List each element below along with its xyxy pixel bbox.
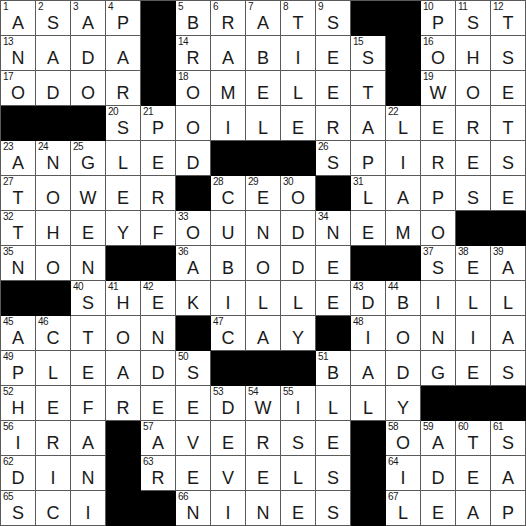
grid-cell[interactable]: 3A: [71, 1, 106, 36]
cell-letter: S: [176, 364, 210, 382]
grid-cell[interactable]: 16O: [421, 36, 456, 71]
grid-cell[interactable]: E: [491, 176, 526, 211]
clue-number: 34: [318, 212, 328, 222]
grid-cell[interactable]: F: [71, 386, 106, 421]
grid-cell[interactable]: I: [281, 36, 316, 71]
grid-cell[interactable]: E: [316, 71, 351, 106]
grid-cell[interactable]: 67L: [386, 491, 421, 526]
grid-cell[interactable]: R: [106, 71, 141, 106]
grid-cell[interactable]: N: [246, 491, 281, 526]
block-cell: [1, 106, 36, 141]
grid-cell[interactable]: 33O: [176, 211, 211, 246]
grid-cell[interactable]: A: [351, 351, 386, 386]
clue-number: 6: [213, 2, 218, 12]
grid-cell[interactable]: R: [456, 106, 491, 141]
grid-cell[interactable]: D: [281, 246, 316, 281]
grid-cell[interactable]: C: [36, 491, 71, 526]
grid-cell[interactable]: I: [211, 281, 246, 316]
block-cell: [246, 351, 281, 386]
grid-cell[interactable]: L: [281, 71, 316, 106]
grid-cell[interactable]: F: [141, 211, 176, 246]
clue-number: 27: [3, 177, 13, 187]
clue-number: 56: [3, 422, 13, 432]
grid-cell[interactable]: 46C: [36, 316, 71, 351]
cell-letter: P: [491, 504, 525, 522]
grid-cell[interactable]: E: [176, 456, 211, 491]
cell-letter: P: [141, 119, 175, 137]
grid-cell[interactable]: D: [386, 351, 421, 386]
grid-cell[interactable]: R: [316, 106, 351, 141]
cell-letter: N: [71, 259, 105, 277]
clue-number: 35: [3, 247, 13, 257]
grid-cell[interactable]: E: [141, 141, 176, 176]
grid-cell[interactable]: E: [106, 176, 141, 211]
clue-number: 13: [3, 37, 13, 47]
clue-number: 29: [248, 177, 258, 187]
grid-cell[interactable]: R: [36, 421, 71, 456]
clue-number: 14: [178, 37, 188, 47]
block-cell: [36, 281, 71, 316]
grid-cell[interactable]: 42E: [141, 281, 176, 316]
grid-cell[interactable]: D: [176, 141, 211, 176]
grid-cell[interactable]: 58O: [386, 421, 421, 456]
grid-cell[interactable]: U: [211, 211, 246, 246]
grid-cell[interactable]: 36A: [176, 246, 211, 281]
cell-letter: D: [421, 469, 455, 487]
grid-cell[interactable]: 23A: [1, 141, 36, 176]
grid-cell[interactable]: E: [316, 421, 351, 456]
grid-cell[interactable]: 60T: [456, 421, 491, 456]
cell-letter: T: [456, 434, 490, 452]
grid-cell[interactable]: L: [316, 386, 351, 421]
clue-number: 30: [283, 177, 293, 187]
cell-letter: P: [421, 189, 455, 207]
cell-letter: L: [246, 294, 280, 312]
grid-cell[interactable]: O: [36, 176, 71, 211]
cell-letter: E: [421, 504, 455, 522]
block-cell: [106, 456, 141, 491]
grid-cell[interactable]: 12T: [491, 1, 526, 36]
grid-cell[interactable]: 34N: [316, 211, 351, 246]
grid-cell[interactable]: 1A: [1, 1, 36, 36]
cell-letter: P: [1, 364, 35, 382]
cell-letter: U: [211, 224, 245, 242]
cell-letter: O: [421, 49, 455, 67]
grid-cell[interactable]: O: [421, 211, 456, 246]
cell-letter: B: [316, 364, 350, 382]
grid-cell[interactable]: 13N: [1, 36, 36, 71]
clue-number: 3: [73, 2, 78, 12]
grid-cell[interactable]: E: [316, 36, 351, 71]
cell-letter: A: [106, 364, 140, 382]
grid-cell[interactable]: 50S: [176, 351, 211, 386]
grid-cell[interactable]: B: [211, 246, 246, 281]
block-cell: [1, 281, 36, 316]
grid-cell[interactable]: P: [491, 491, 526, 526]
cell-letter: S: [281, 434, 315, 452]
cell-letter: E: [316, 294, 350, 312]
cell-letter: W: [71, 189, 105, 207]
grid-cell[interactable]: E: [316, 281, 351, 316]
cell-letter: V: [211, 469, 245, 487]
grid-cell[interactable]: L: [36, 351, 71, 386]
block-cell: [386, 71, 421, 106]
grid-cell[interactable]: N: [246, 211, 281, 246]
clue-number: 21: [143, 107, 153, 117]
grid-cell[interactable]: M: [386, 211, 421, 246]
block-cell: [456, 386, 491, 421]
grid-cell[interactable]: 55I: [281, 386, 316, 421]
grid-cell[interactable]: A: [386, 176, 421, 211]
grid-cell[interactable]: A: [246, 316, 281, 351]
grid-cell[interactable]: 63R: [141, 456, 176, 491]
grid-cell[interactable]: E: [141, 386, 176, 421]
grid-cell[interactable]: A: [491, 456, 526, 491]
grid-cell[interactable]: O: [36, 246, 71, 281]
grid-cell[interactable]: M: [211, 71, 246, 106]
grid-cell[interactable]: 20S: [106, 106, 141, 141]
grid-cell[interactable]: E: [456, 141, 491, 176]
cell-letter: T: [1, 224, 35, 242]
grid-cell[interactable]: A: [106, 36, 141, 71]
grid-cell[interactable]: 35N: [1, 246, 36, 281]
grid-cell[interactable]: 9S: [316, 1, 351, 36]
grid-cell[interactable]: 52H: [1, 386, 36, 421]
cell-letter: E: [316, 84, 350, 102]
cell-letter: A: [386, 189, 420, 207]
grid-cell[interactable]: 10P: [421, 1, 456, 36]
cell-letter: P: [351, 154, 385, 172]
grid-cell[interactable]: E: [351, 211, 386, 246]
grid-cell[interactable]: 45A: [1, 316, 36, 351]
grid-cell[interactable]: N: [71, 246, 106, 281]
grid-cell[interactable]: 25G: [71, 141, 106, 176]
grid-cell[interactable]: 41H: [106, 281, 141, 316]
cell-letter: E: [176, 469, 210, 487]
block-cell: [491, 386, 526, 421]
clue-number: 60: [458, 422, 468, 432]
grid-cell[interactable]: A: [71, 421, 106, 456]
grid-cell[interactable]: O: [71, 71, 106, 106]
cell-letter: S: [456, 14, 490, 32]
cell-letter: G: [71, 154, 105, 172]
cell-letter: P: [106, 14, 140, 32]
grid-cell[interactable]: 62D: [1, 456, 36, 491]
grid-cell[interactable]: N: [71, 456, 106, 491]
cell-letter: O: [36, 189, 70, 207]
clue-number: 37: [423, 247, 433, 257]
cell-letter: C: [36, 504, 70, 522]
grid-cell[interactable]: 4P: [106, 1, 141, 36]
grid-cell[interactable]: S: [491, 36, 526, 71]
grid-cell[interactable]: 31L: [351, 176, 386, 211]
grid-cell[interactable]: P: [351, 141, 386, 176]
grid-cell[interactable]: O: [456, 71, 491, 106]
grid-cell[interactable]: 51B: [316, 351, 351, 386]
grid-cell[interactable]: A: [106, 351, 141, 386]
grid-cell[interactable]: 48I: [351, 316, 386, 351]
grid-cell[interactable]: 18O: [176, 71, 211, 106]
grid-cell[interactable]: I: [71, 491, 106, 526]
cell-letter: S: [316, 154, 350, 172]
cell-letter: F: [71, 399, 105, 417]
grid-cell[interactable]: 61S: [491, 421, 526, 456]
grid-cell[interactable]: 29E: [246, 176, 281, 211]
cell-letter: N: [316, 224, 350, 242]
grid-cell[interactable]: 38E: [456, 246, 491, 281]
grid-cell[interactable]: V: [176, 421, 211, 456]
grid-cell[interactable]: 2S: [36, 1, 71, 36]
grid-cell[interactable]: R: [246, 421, 281, 456]
cell-letter: D: [176, 154, 210, 172]
grid-cell[interactable]: 59A: [421, 421, 456, 456]
cell-letter: I: [71, 504, 105, 522]
grid-cell[interactable]: E: [176, 386, 211, 421]
grid-cell[interactable]: 40S: [71, 281, 106, 316]
clue-number: 63: [143, 457, 153, 467]
grid-cell[interactable]: E: [421, 491, 456, 526]
grid-cell[interactable]: 64I: [386, 456, 421, 491]
cell-letter: N: [141, 329, 175, 347]
cell-letter: E: [71, 364, 105, 382]
grid-cell[interactable]: R: [421, 141, 456, 176]
grid-cell[interactable]: R: [141, 176, 176, 211]
grid-cell[interactable]: 66N: [176, 491, 211, 526]
cell-letter: D: [71, 49, 105, 67]
cell-letter: S: [351, 49, 385, 67]
grid-cell[interactable]: T: [491, 106, 526, 141]
grid-cell[interactable]: 11S: [456, 1, 491, 36]
grid-cell[interactable]: G: [421, 351, 456, 386]
cell-letter: E: [491, 189, 525, 207]
grid-cell[interactable]: A: [36, 36, 71, 71]
grid-cell[interactable]: Y: [386, 386, 421, 421]
grid-cell[interactable]: E: [281, 106, 316, 141]
cell-letter: A: [1, 14, 35, 32]
cell-letter: E: [36, 399, 70, 417]
grid-cell[interactable]: I: [421, 281, 456, 316]
grid-cell[interactable]: L: [106, 141, 141, 176]
clue-number: 42: [143, 282, 153, 292]
grid-cell[interactable]: S: [281, 421, 316, 456]
grid-cell[interactable]: E: [71, 211, 106, 246]
grid-cell[interactable]: 43D: [351, 281, 386, 316]
cell-letter: S: [421, 259, 455, 277]
grid-cell[interactable]: E: [211, 421, 246, 456]
grid-cell[interactable]: 22L: [386, 106, 421, 141]
grid-cell[interactable]: I: [456, 316, 491, 351]
clue-number: 59: [423, 422, 433, 432]
grid-cell[interactable]: W: [71, 176, 106, 211]
grid-cell[interactable]: E: [456, 351, 491, 386]
grid-cell[interactable]: 28C: [211, 176, 246, 211]
grid-cell[interactable]: S: [316, 456, 351, 491]
block-cell: [316, 176, 351, 211]
grid-cell[interactable]: 57A: [141, 421, 176, 456]
grid-cell[interactable]: 32T: [1, 211, 36, 246]
grid-cell[interactable]: L: [281, 281, 316, 316]
grid-cell[interactable]: 6R: [211, 1, 246, 36]
cell-letter: L: [316, 399, 350, 417]
grid-cell[interactable]: H: [36, 211, 71, 246]
grid-cell[interactable]: N: [141, 316, 176, 351]
grid-cell[interactable]: 30O: [281, 176, 316, 211]
grid-cell[interactable]: O: [246, 246, 281, 281]
grid-cell[interactable]: O: [106, 316, 141, 351]
block-cell: [71, 106, 106, 141]
cell-letter: E: [456, 154, 490, 172]
cell-letter: N: [71, 469, 105, 487]
grid-cell[interactable]: O: [176, 106, 211, 141]
grid-cell[interactable]: L: [456, 281, 491, 316]
grid-cell[interactable]: A: [351, 106, 386, 141]
cell-letter: A: [106, 49, 140, 67]
block-cell: [141, 491, 176, 526]
grid-cell[interactable]: E: [71, 351, 106, 386]
grid-cell[interactable]: 24N: [36, 141, 71, 176]
grid-cell[interactable]: D: [281, 211, 316, 246]
grid-cell[interactable]: A: [456, 491, 491, 526]
grid-cell[interactable]: 17O: [1, 71, 36, 106]
grid-cell[interactable]: 15S: [351, 36, 386, 71]
grid-cell[interactable]: 27T: [1, 176, 36, 211]
grid-cell[interactable]: O: [386, 316, 421, 351]
grid-cell[interactable]: L: [491, 281, 526, 316]
cell-letter: E: [281, 119, 315, 137]
clue-number: 55: [283, 387, 293, 397]
clue-number: 50: [178, 352, 188, 362]
cell-letter: E: [316, 49, 350, 67]
grid-cell[interactable]: E: [491, 71, 526, 106]
grid-cell[interactable]: S: [316, 491, 351, 526]
block-cell: [36, 106, 71, 141]
grid-cell[interactable]: E: [246, 71, 281, 106]
grid-cell[interactable]: Y: [106, 211, 141, 246]
cell-letter: E: [176, 399, 210, 417]
cell-letter: L: [386, 504, 420, 522]
grid-cell[interactable]: K: [176, 281, 211, 316]
grid-cell[interactable]: 39A: [491, 246, 526, 281]
grid-cell[interactable]: 7A: [246, 1, 281, 36]
grid-cell[interactable]: B: [246, 36, 281, 71]
grid-cell[interactable]: D: [141, 351, 176, 386]
clue-number: 47: [213, 317, 223, 327]
cell-letter: R: [316, 119, 350, 137]
clue-number: 54: [248, 387, 258, 397]
grid-cell[interactable]: T: [71, 316, 106, 351]
grid-cell[interactable]: 56I: [1, 421, 36, 456]
cell-letter: W: [246, 399, 280, 417]
cell-letter: O: [246, 259, 280, 277]
cell-letter: A: [351, 119, 385, 137]
cell-letter: L: [281, 84, 315, 102]
grid-cell[interactable]: S: [456, 176, 491, 211]
grid-cell[interactable]: 47C: [211, 316, 246, 351]
grid-cell[interactable]: S: [491, 141, 526, 176]
grid-cell[interactable]: L: [281, 456, 316, 491]
cell-letter: M: [386, 224, 420, 242]
cell-letter: D: [211, 399, 245, 417]
cell-letter: E: [141, 154, 175, 172]
cell-letter: B: [386, 294, 420, 312]
grid-cell[interactable]: L: [246, 281, 281, 316]
grid-cell[interactable]: R: [106, 386, 141, 421]
grid-cell[interactable]: E: [316, 246, 351, 281]
cell-letter: A: [246, 14, 280, 32]
cell-letter: C: [211, 189, 245, 207]
grid-cell[interactable]: I: [36, 456, 71, 491]
block-cell: [351, 246, 386, 281]
grid-cell[interactable]: 26S: [316, 141, 351, 176]
grid-cell[interactable]: 21P: [141, 106, 176, 141]
grid-cell[interactable]: A: [211, 36, 246, 71]
grid-cell[interactable]: E: [246, 456, 281, 491]
cell-letter: S: [71, 294, 105, 312]
grid-cell[interactable]: L: [351, 386, 386, 421]
grid-cell[interactable]: T: [351, 71, 386, 106]
cell-letter: E: [316, 434, 350, 452]
cell-letter: A: [1, 329, 35, 347]
grid-cell[interactable]: P: [421, 176, 456, 211]
clue-number: 1: [3, 2, 8, 12]
grid-cell[interactable]: D: [421, 456, 456, 491]
grid-cell[interactable]: V: [211, 456, 246, 491]
grid-cell[interactable]: 14R: [176, 36, 211, 71]
grid-cell[interactable]: 54W: [246, 386, 281, 421]
grid-cell[interactable]: Y: [281, 316, 316, 351]
grid-cell[interactable]: H: [456, 36, 491, 71]
cell-letter: H: [106, 294, 140, 312]
grid-cell[interactable]: E: [456, 456, 491, 491]
cell-letter: D: [351, 294, 385, 312]
grid-cell[interactable]: L: [246, 106, 281, 141]
grid-cell[interactable]: E: [421, 106, 456, 141]
grid-cell[interactable]: 44B: [386, 281, 421, 316]
grid-cell[interactable]: 65S: [1, 491, 36, 526]
cell-letter: D: [386, 364, 420, 382]
block-cell: [176, 316, 211, 351]
grid-cell[interactable]: D: [36, 71, 71, 106]
grid-cell[interactable]: N: [421, 316, 456, 351]
grid-cell[interactable]: S: [491, 351, 526, 386]
grid-cell[interactable]: I: [211, 106, 246, 141]
grid-cell[interactable]: D: [71, 36, 106, 71]
grid-cell[interactable]: I: [211, 491, 246, 526]
cell-letter: L: [351, 189, 385, 207]
grid-cell[interactable]: A: [491, 316, 526, 351]
grid-cell[interactable]: E: [281, 491, 316, 526]
cell-letter: L: [281, 294, 315, 312]
cell-letter: F: [141, 224, 175, 242]
grid-cell[interactable]: 8T: [281, 1, 316, 36]
cell-letter: A: [141, 434, 175, 452]
grid-cell[interactable]: I: [386, 141, 421, 176]
clue-number: 65: [3, 492, 13, 502]
grid-cell[interactable]: 37S: [421, 246, 456, 281]
cell-letter: S: [316, 504, 350, 522]
cell-letter: R: [106, 84, 140, 102]
clue-number: 64: [388, 457, 398, 467]
grid-cell[interactable]: 53D: [211, 386, 246, 421]
cell-letter: O: [176, 84, 210, 102]
grid-cell[interactable]: E: [36, 386, 71, 421]
grid-cell[interactable]: 5B: [176, 1, 211, 36]
cell-letter: R: [141, 189, 175, 207]
grid-cell[interactable]: 19W: [421, 71, 456, 106]
grid-cell[interactable]: 49P: [1, 351, 36, 386]
cell-letter: E: [106, 189, 140, 207]
cell-letter: H: [36, 224, 70, 242]
